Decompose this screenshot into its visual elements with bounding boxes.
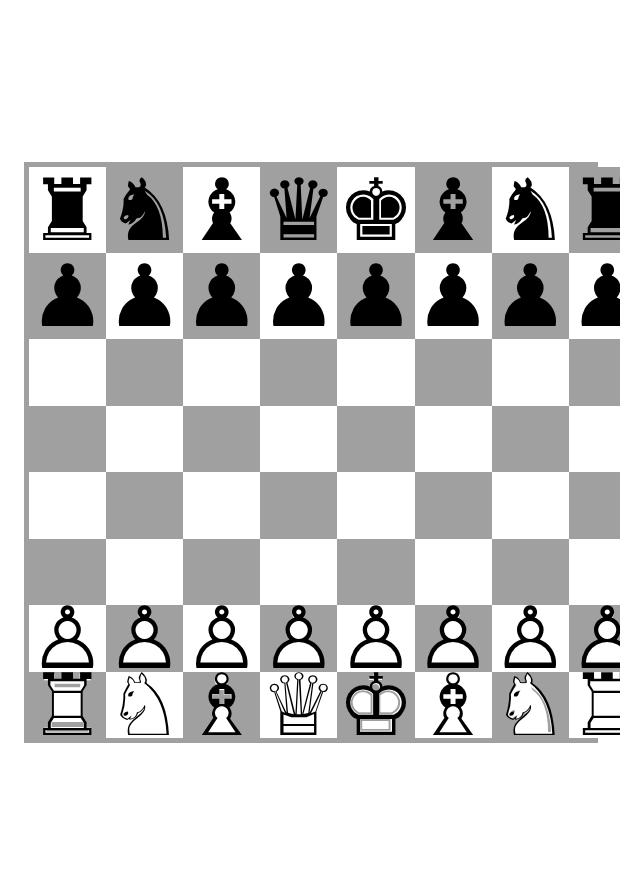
piece-white-bishop[interactable]: ♝♗ xyxy=(183,672,260,739)
piece-black-queen[interactable]: ♛ xyxy=(260,167,337,253)
piece-black-pawn[interactable]: ♟ xyxy=(260,253,337,339)
black-king-glyph: ♚ xyxy=(337,167,414,253)
white-knight-outline: ♘ xyxy=(106,672,183,739)
square-c5[interactable] xyxy=(183,406,260,473)
square-c8[interactable]: ♝ xyxy=(183,167,260,253)
white-knight-outline: ♘ xyxy=(492,672,569,739)
square-g8[interactable]: ♞ xyxy=(492,167,569,253)
piece-white-king[interactable]: ♚♔ xyxy=(337,672,414,739)
square-h7[interactable]: ♟ xyxy=(569,253,620,339)
square-h4[interactable] xyxy=(569,472,620,539)
square-f4[interactable] xyxy=(415,472,492,539)
square-b6[interactable] xyxy=(106,339,183,406)
piece-white-queen[interactable]: ♛♕ xyxy=(260,672,337,739)
white-bishop-outline: ♗ xyxy=(415,672,492,739)
square-c1[interactable]: ♝♗ xyxy=(183,672,260,739)
piece-black-pawn[interactable]: ♟ xyxy=(183,253,260,339)
square-d6[interactable] xyxy=(260,339,337,406)
black-pawn-glyph: ♟ xyxy=(492,253,569,339)
square-g5[interactable] xyxy=(492,406,569,473)
square-f1[interactable]: ♝♗ xyxy=(415,672,492,739)
piece-black-pawn[interactable]: ♟ xyxy=(337,253,414,339)
white-bishop-outline: ♗ xyxy=(183,672,260,739)
square-g4[interactable] xyxy=(492,472,569,539)
square-f6[interactable] xyxy=(415,339,492,406)
square-b7[interactable]: ♟ xyxy=(106,253,183,339)
square-e5[interactable] xyxy=(337,406,414,473)
black-bishop-glyph: ♝ xyxy=(415,167,492,253)
square-g1[interactable]: ♞♘ xyxy=(492,672,569,739)
square-h8[interactable]: ♜ xyxy=(569,167,620,253)
square-e1[interactable]: ♚♔ xyxy=(337,672,414,739)
square-e7[interactable]: ♟ xyxy=(337,253,414,339)
black-pawn-glyph: ♟ xyxy=(260,253,337,339)
black-rook-glyph: ♜ xyxy=(569,167,620,253)
piece-black-pawn[interactable]: ♟ xyxy=(415,253,492,339)
piece-black-pawn[interactable]: ♟ xyxy=(29,253,106,339)
black-rook-glyph: ♜ xyxy=(29,167,106,253)
black-knight-glyph: ♞ xyxy=(106,167,183,253)
chess-board: ♜♞♝♛♚♝♞♜♟♟♟♟♟♟♟♟♟♙♟♙♟♙♟♙♟♙♟♙♟♙♟♙♜♖♞♘♝♗♛♕… xyxy=(24,162,598,743)
piece-black-knight[interactable]: ♞ xyxy=(492,167,569,253)
square-d4[interactable] xyxy=(260,472,337,539)
square-e6[interactable] xyxy=(337,339,414,406)
square-a8[interactable]: ♜ xyxy=(29,167,106,253)
square-g6[interactable] xyxy=(492,339,569,406)
piece-black-king[interactable]: ♚ xyxy=(337,167,414,253)
piece-black-rook[interactable]: ♜ xyxy=(29,167,106,253)
square-a1[interactable]: ♜♖ xyxy=(29,672,106,739)
square-e8[interactable]: ♚ xyxy=(337,167,414,253)
black-pawn-glyph: ♟ xyxy=(183,253,260,339)
page-background: ♜♞♝♛♚♝♞♜♟♟♟♟♟♟♟♟♟♙♟♙♟♙♟♙♟♙♟♙♟♙♟♙♜♖♞♘♝♗♛♕… xyxy=(0,0,620,875)
square-a5[interactable] xyxy=(29,406,106,473)
square-b4[interactable] xyxy=(106,472,183,539)
square-b5[interactable] xyxy=(106,406,183,473)
square-a7[interactable]: ♟ xyxy=(29,253,106,339)
piece-black-knight[interactable]: ♞ xyxy=(106,167,183,253)
black-queen-glyph: ♛ xyxy=(260,167,337,253)
square-c4[interactable] xyxy=(183,472,260,539)
white-king-outline: ♔ xyxy=(337,672,414,739)
square-d1[interactable]: ♛♕ xyxy=(260,672,337,739)
square-a4[interactable] xyxy=(29,472,106,539)
square-e4[interactable] xyxy=(337,472,414,539)
square-d5[interactable] xyxy=(260,406,337,473)
black-pawn-glyph: ♟ xyxy=(415,253,492,339)
piece-black-bishop[interactable]: ♝ xyxy=(415,167,492,253)
black-pawn-glyph: ♟ xyxy=(337,253,414,339)
piece-white-knight[interactable]: ♞♘ xyxy=(492,672,569,739)
square-h6[interactable] xyxy=(569,339,620,406)
square-h5[interactable] xyxy=(569,406,620,473)
piece-black-bishop[interactable]: ♝ xyxy=(183,167,260,253)
square-g7[interactable]: ♟ xyxy=(492,253,569,339)
black-bishop-glyph: ♝ xyxy=(183,167,260,253)
piece-black-pawn[interactable]: ♟ xyxy=(569,253,620,339)
square-b8[interactable]: ♞ xyxy=(106,167,183,253)
square-c7[interactable]: ♟ xyxy=(183,253,260,339)
piece-white-rook[interactable]: ♜♖ xyxy=(569,672,620,739)
square-f5[interactable] xyxy=(415,406,492,473)
black-knight-glyph: ♞ xyxy=(492,167,569,253)
white-queen-outline: ♕ xyxy=(260,672,337,739)
black-pawn-glyph: ♟ xyxy=(569,253,620,339)
piece-white-bishop[interactable]: ♝♗ xyxy=(415,672,492,739)
square-d8[interactable]: ♛ xyxy=(260,167,337,253)
piece-black-pawn[interactable]: ♟ xyxy=(106,253,183,339)
square-h1[interactable]: ♜♖ xyxy=(569,672,620,739)
piece-white-rook[interactable]: ♜♖ xyxy=(29,672,106,739)
black-pawn-glyph: ♟ xyxy=(29,253,106,339)
piece-black-pawn[interactable]: ♟ xyxy=(492,253,569,339)
black-pawn-glyph: ♟ xyxy=(106,253,183,339)
white-rook-outline: ♖ xyxy=(29,672,106,739)
square-f8[interactable]: ♝ xyxy=(415,167,492,253)
square-c6[interactable] xyxy=(183,339,260,406)
square-b1[interactable]: ♞♘ xyxy=(106,672,183,739)
square-a6[interactable] xyxy=(29,339,106,406)
square-d7[interactable]: ♟ xyxy=(260,253,337,339)
white-rook-outline: ♖ xyxy=(569,672,620,739)
piece-black-rook[interactable]: ♜ xyxy=(569,167,620,253)
square-f7[interactable]: ♟ xyxy=(415,253,492,339)
piece-white-knight[interactable]: ♞♘ xyxy=(106,672,183,739)
